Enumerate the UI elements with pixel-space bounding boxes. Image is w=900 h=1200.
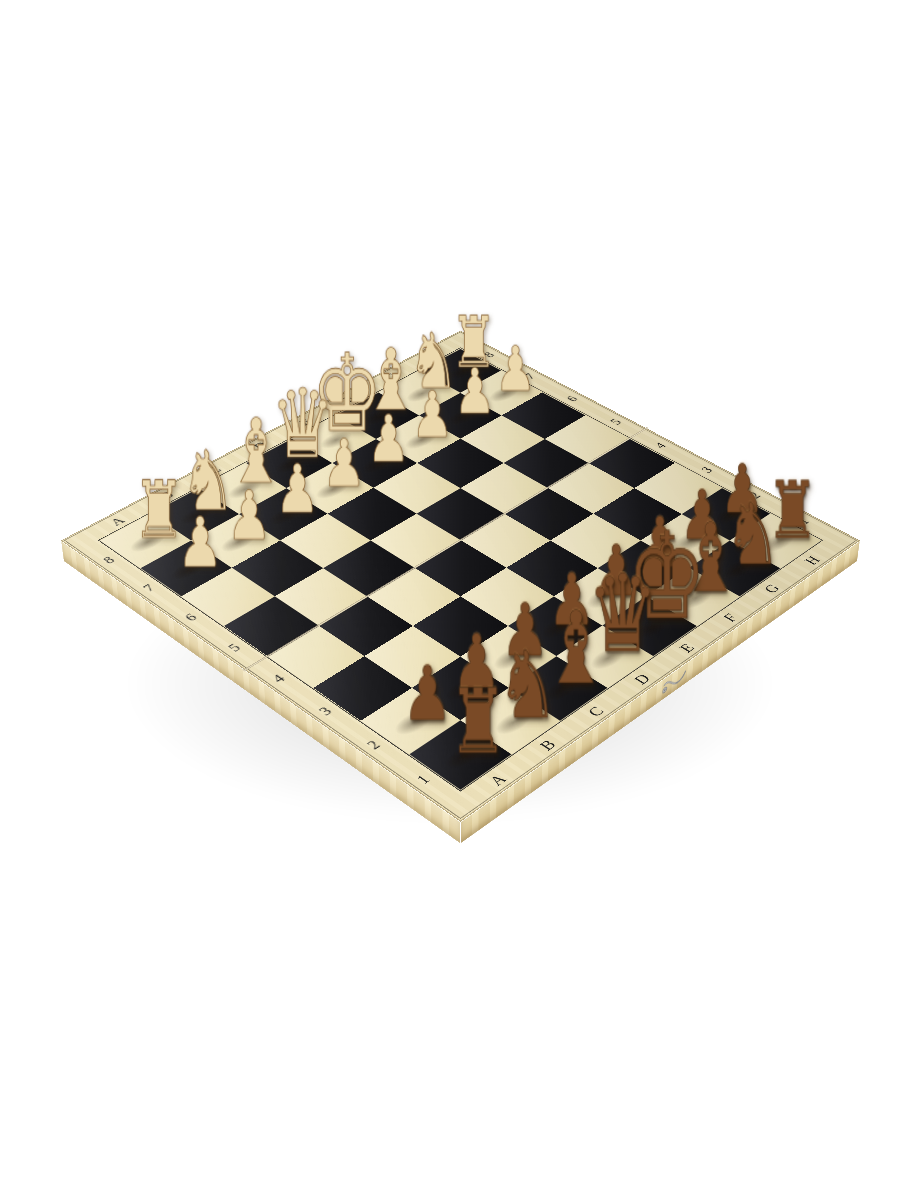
piece-light-pawn: ♟ [411, 383, 453, 447]
piece-light-pawn: ♟ [367, 407, 410, 472]
piece-light-pawn: ♟ [275, 456, 319, 523]
piece-dark-pawn: ♟ [402, 657, 452, 732]
scene: ABCDEFGH8♜♞♝♛♚♝♞♜87♟♟♟♟♟♟♟♟7665544332♟♟♟… [178, 258, 743, 823]
chessboard: ABCDEFGH8♜♞♝♛♚♝♞♜87♟♟♟♟♟♟♟♟7665544332♟♟♟… [61, 331, 860, 822]
piece-light-pawn: ♟ [495, 338, 536, 400]
piece-light-pawn: ♟ [227, 482, 272, 550]
piece-light-pawn: ♟ [322, 431, 366, 497]
piece-light-pawn: ♟ [177, 509, 223, 578]
product-photo: ABCDEFGH8♜♞♝♛♚♝♞♜87♟♟♟♟♟♟♟♟7665544332♟♟♟… [0, 0, 900, 1200]
piece-light-pawn: ♟ [454, 361, 496, 424]
chessboard-grid: ABCDEFGH8♜♞♝♛♚♝♞♜87♟♟♟♟♟♟♟♟7665544332♟♟♟… [61, 331, 860, 822]
piece-dark-rook: ♜ [448, 677, 507, 766]
